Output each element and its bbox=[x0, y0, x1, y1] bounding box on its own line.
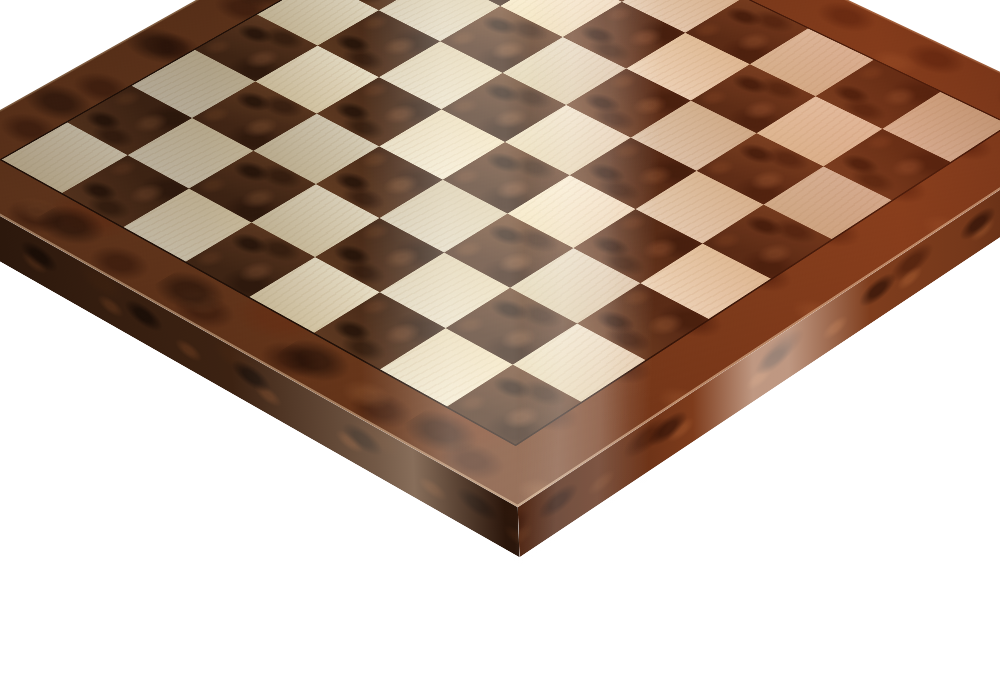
product-photo-stage bbox=[0, 0, 1000, 700]
board-squares-grid bbox=[2, 0, 1000, 444]
square-c4 bbox=[507, 175, 635, 248]
square-d2 bbox=[315, 218, 444, 292]
square-b1 bbox=[380, 328, 513, 406]
square-a2 bbox=[513, 324, 646, 402]
square-b4 bbox=[573, 209, 702, 283]
square-a6 bbox=[764, 166, 892, 239]
square-e3 bbox=[316, 146, 443, 218]
square-b3 bbox=[510, 248, 640, 323]
square-a3 bbox=[577, 283, 709, 360]
square-d3 bbox=[379, 180, 507, 253]
square-c3 bbox=[444, 214, 573, 288]
board-top-face bbox=[0, 0, 1000, 507]
square-a5 bbox=[703, 205, 832, 279]
square-f1 bbox=[123, 189, 251, 262]
square-g1 bbox=[62, 155, 189, 227]
chessboard-3d-scene bbox=[0, 0, 1000, 700]
square-a7 bbox=[823, 129, 950, 200]
square-b6 bbox=[697, 133, 824, 204]
square-e1 bbox=[186, 223, 315, 297]
square-c5 bbox=[570, 138, 697, 210]
square-b5 bbox=[636, 171, 764, 244]
square-c1 bbox=[314, 292, 446, 369]
square-d4 bbox=[443, 142, 570, 214]
square-f2 bbox=[189, 151, 316, 223]
square-d1 bbox=[249, 257, 379, 333]
square-a1 bbox=[447, 365, 581, 445]
square-a4 bbox=[640, 244, 770, 319]
square-e2 bbox=[251, 184, 379, 257]
square-c2 bbox=[380, 253, 510, 329]
square-b2 bbox=[446, 288, 578, 365]
